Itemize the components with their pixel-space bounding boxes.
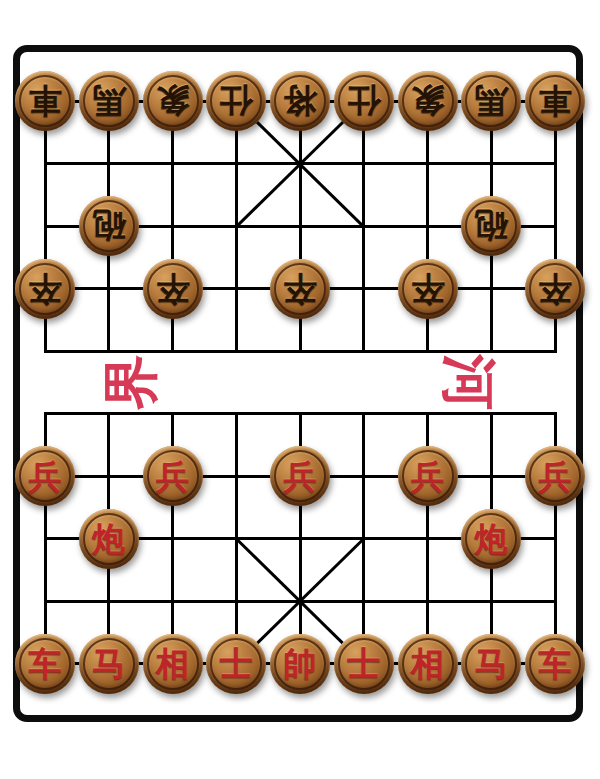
piece-black-advisor[interactable]: 仕: [206, 71, 266, 131]
piece-character: 卒: [15, 259, 75, 319]
piece-character: 车: [15, 634, 75, 694]
piece-character: 馬: [79, 71, 139, 131]
piece-character: 将: [270, 71, 330, 131]
piece-red-soldier[interactable]: 兵: [398, 446, 458, 506]
piece-red-advisor[interactable]: 士: [334, 634, 394, 694]
piece-black-horse[interactable]: 馬: [461, 71, 521, 131]
piece-red-elephant[interactable]: 相: [398, 634, 458, 694]
piece-red-cannon[interactable]: 炮: [79, 509, 139, 569]
piece-character: 卒: [270, 259, 330, 319]
piece-character: 相: [143, 634, 203, 694]
piece-character: 兵: [15, 446, 75, 506]
piece-red-rook[interactable]: 车: [15, 634, 75, 694]
piece-character: 兵: [270, 446, 330, 506]
piece-character: 马: [79, 634, 139, 694]
piece-character: 仕: [334, 71, 394, 131]
piece-character: 炮: [79, 509, 139, 569]
piece-red-rook[interactable]: 车: [525, 634, 585, 694]
piece-character: 卒: [398, 259, 458, 319]
piece-black-horse[interactable]: 馬: [79, 71, 139, 131]
piece-character: 兵: [525, 446, 585, 506]
river-label-left: 界: [97, 347, 167, 417]
piece-character: 卒: [525, 259, 585, 319]
page-background: { "game": "xiangqi", "description": "Chi…: [0, 0, 600, 779]
piece-character: 车: [525, 634, 585, 694]
piece-black-rook[interactable]: 車: [15, 71, 75, 131]
piece-character: 马: [461, 634, 521, 694]
piece-red-horse[interactable]: 马: [79, 634, 139, 694]
piece-character: 象: [143, 71, 203, 131]
piece-red-advisor[interactable]: 士: [206, 634, 266, 694]
piece-character: 仕: [206, 71, 266, 131]
piece-character: 馬: [461, 71, 521, 131]
piece-red-general[interactable]: 帥: [270, 634, 330, 694]
piece-character: 卒: [143, 259, 203, 319]
piece-character: 車: [15, 71, 75, 131]
piece-black-elephant[interactable]: 象: [143, 71, 203, 131]
piece-black-advisor[interactable]: 仕: [334, 71, 394, 131]
piece-character: 車: [525, 71, 585, 131]
piece-character: 砲: [461, 196, 521, 256]
piece-black-soldier[interactable]: 卒: [143, 259, 203, 319]
piece-black-general[interactable]: 将: [270, 71, 330, 131]
piece-character: 砲: [79, 196, 139, 256]
piece-character: 相: [398, 634, 458, 694]
river-label-right: 河: [433, 347, 503, 417]
piece-red-soldier[interactable]: 兵: [143, 446, 203, 506]
piece-red-soldier[interactable]: 兵: [525, 446, 585, 506]
piece-character: 炮: [461, 509, 521, 569]
piece-red-soldier[interactable]: 兵: [270, 446, 330, 506]
piece-character: 士: [334, 634, 394, 694]
piece-red-cannon[interactable]: 炮: [461, 509, 521, 569]
piece-red-horse[interactable]: 马: [461, 634, 521, 694]
piece-red-elephant[interactable]: 相: [143, 634, 203, 694]
piece-black-elephant[interactable]: 象: [398, 71, 458, 131]
piece-black-rook[interactable]: 車: [525, 71, 585, 131]
piece-black-soldier[interactable]: 卒: [270, 259, 330, 319]
piece-black-soldier[interactable]: 卒: [525, 259, 585, 319]
piece-character: 士: [206, 634, 266, 694]
piece-character: 兵: [398, 446, 458, 506]
piece-black-cannon[interactable]: 砲: [461, 196, 521, 256]
piece-black-soldier[interactable]: 卒: [15, 259, 75, 319]
piece-character: 兵: [143, 446, 203, 506]
piece-black-soldier[interactable]: 卒: [398, 259, 458, 319]
piece-black-cannon[interactable]: 砲: [79, 196, 139, 256]
piece-character: 帥: [270, 634, 330, 694]
piece-character: 象: [398, 71, 458, 131]
piece-red-soldier[interactable]: 兵: [15, 446, 75, 506]
